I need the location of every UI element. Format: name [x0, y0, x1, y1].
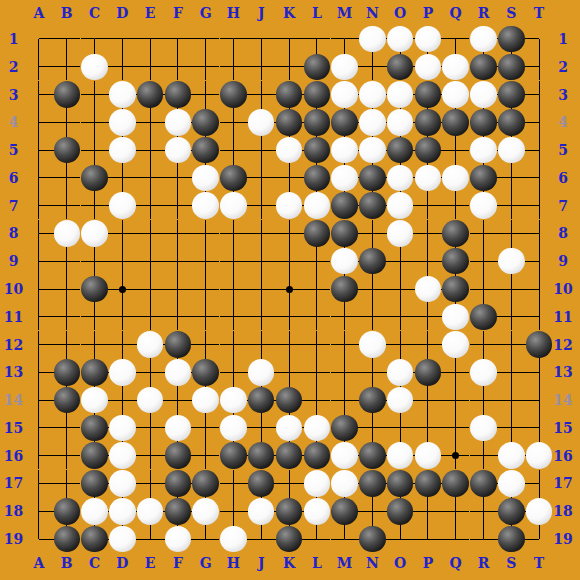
intersection-H17[interactable] — [220, 470, 248, 498]
intersection-N9[interactable] — [358, 247, 386, 275]
intersection-K7[interactable] — [275, 192, 303, 220]
intersection-P6[interactable] — [414, 164, 442, 192]
intersection-E19[interactable] — [136, 525, 164, 553]
intersection-A9[interactable] — [25, 247, 53, 275]
intersection-G4[interactable] — [192, 108, 220, 136]
intersection-E4[interactable] — [136, 108, 164, 136]
intersection-C1[interactable] — [81, 25, 109, 53]
intersection-F18[interactable] — [164, 497, 192, 525]
intersection-A1[interactable] — [25, 25, 53, 53]
intersection-P5[interactable] — [414, 136, 442, 164]
intersection-P9[interactable] — [414, 247, 442, 275]
intersection-S10[interactable] — [497, 275, 525, 303]
intersection-P19[interactable] — [414, 525, 442, 553]
intersection-G17[interactable] — [192, 470, 220, 498]
intersection-E12[interactable] — [136, 331, 164, 359]
intersection-D8[interactable] — [108, 220, 136, 248]
intersection-N15[interactable] — [358, 414, 386, 442]
intersection-J2[interactable] — [247, 53, 275, 81]
intersection-H8[interactable] — [220, 220, 248, 248]
intersection-F12[interactable] — [164, 331, 192, 359]
intersection-S15[interactable] — [497, 414, 525, 442]
intersection-S1[interactable] — [497, 25, 525, 53]
intersection-B7[interactable] — [53, 192, 81, 220]
intersection-F13[interactable] — [164, 358, 192, 386]
intersection-C19[interactable] — [81, 525, 109, 553]
intersection-P16[interactable] — [414, 442, 442, 470]
intersection-E8[interactable] — [136, 220, 164, 248]
intersection-P18[interactable] — [414, 497, 442, 525]
intersection-K4[interactable] — [275, 108, 303, 136]
intersection-E15[interactable] — [136, 414, 164, 442]
intersection-J15[interactable] — [247, 414, 275, 442]
intersection-S5[interactable] — [497, 136, 525, 164]
intersection-E3[interactable] — [136, 81, 164, 109]
intersection-M14[interactable] — [331, 386, 359, 414]
intersection-C2[interactable] — [81, 53, 109, 81]
intersection-L4[interactable] — [303, 108, 331, 136]
intersection-K5[interactable] — [275, 136, 303, 164]
intersection-Q9[interactable] — [442, 247, 470, 275]
intersection-R15[interactable] — [470, 414, 498, 442]
intersection-E13[interactable] — [136, 358, 164, 386]
intersection-B15[interactable] — [53, 414, 81, 442]
intersection-A5[interactable] — [25, 136, 53, 164]
intersection-E1[interactable] — [136, 25, 164, 53]
intersection-G14[interactable] — [192, 386, 220, 414]
intersection-P15[interactable] — [414, 414, 442, 442]
intersection-M12[interactable] — [331, 331, 359, 359]
intersection-O1[interactable] — [386, 25, 414, 53]
intersection-M19[interactable] — [331, 525, 359, 553]
intersection-Q17[interactable] — [442, 470, 470, 498]
intersection-D5[interactable] — [108, 136, 136, 164]
intersection-O13[interactable] — [386, 358, 414, 386]
intersection-B13[interactable] — [53, 358, 81, 386]
intersection-D11[interactable] — [108, 303, 136, 331]
intersection-S13[interactable] — [497, 358, 525, 386]
intersection-B16[interactable] — [53, 442, 81, 470]
intersection-L11[interactable] — [303, 303, 331, 331]
intersection-E17[interactable] — [136, 470, 164, 498]
intersection-T6[interactable] — [525, 164, 553, 192]
intersection-L5[interactable] — [303, 136, 331, 164]
intersection-L10[interactable] — [303, 275, 331, 303]
intersection-C9[interactable] — [81, 247, 109, 275]
intersection-H4[interactable] — [220, 108, 248, 136]
intersection-S19[interactable] — [497, 525, 525, 553]
intersection-Q13[interactable] — [442, 358, 470, 386]
intersection-H7[interactable] — [220, 192, 248, 220]
intersection-C15[interactable] — [81, 414, 109, 442]
intersection-T4[interactable] — [525, 108, 553, 136]
intersection-J10[interactable] — [247, 275, 275, 303]
intersection-K9[interactable] — [275, 247, 303, 275]
intersection-R13[interactable] — [470, 358, 498, 386]
intersection-S18[interactable] — [497, 497, 525, 525]
intersection-L6[interactable] — [303, 164, 331, 192]
intersection-T19[interactable] — [525, 525, 553, 553]
intersection-R6[interactable] — [470, 164, 498, 192]
intersection-B4[interactable] — [53, 108, 81, 136]
intersection-L3[interactable] — [303, 81, 331, 109]
intersection-S14[interactable] — [497, 386, 525, 414]
intersection-D1[interactable] — [108, 25, 136, 53]
intersection-P2[interactable] — [414, 53, 442, 81]
intersection-O9[interactable] — [386, 247, 414, 275]
intersection-H14[interactable] — [220, 386, 248, 414]
intersection-N5[interactable] — [358, 136, 386, 164]
intersection-K10[interactable] — [275, 275, 303, 303]
intersection-H6[interactable] — [220, 164, 248, 192]
intersection-Q8[interactable] — [442, 220, 470, 248]
intersection-K13[interactable] — [275, 358, 303, 386]
intersection-A13[interactable] — [25, 358, 53, 386]
intersection-R4[interactable] — [470, 108, 498, 136]
intersection-O7[interactable] — [386, 192, 414, 220]
intersection-O19[interactable] — [386, 525, 414, 553]
intersection-A2[interactable] — [25, 53, 53, 81]
intersection-L17[interactable] — [303, 470, 331, 498]
intersection-H3[interactable] — [220, 81, 248, 109]
intersection-J12[interactable] — [247, 331, 275, 359]
intersection-G3[interactable] — [192, 81, 220, 109]
intersection-N4[interactable] — [358, 108, 386, 136]
intersection-D12[interactable] — [108, 331, 136, 359]
intersection-A7[interactable] — [25, 192, 53, 220]
intersection-S3[interactable] — [497, 81, 525, 109]
intersection-O10[interactable] — [386, 275, 414, 303]
intersection-C17[interactable] — [81, 470, 109, 498]
intersection-G15[interactable] — [192, 414, 220, 442]
intersection-C5[interactable] — [81, 136, 109, 164]
intersection-Q18[interactable] — [442, 497, 470, 525]
intersection-E2[interactable] — [136, 53, 164, 81]
intersection-C12[interactable] — [81, 331, 109, 359]
intersection-N1[interactable] — [358, 25, 386, 53]
intersection-L9[interactable] — [303, 247, 331, 275]
intersection-S7[interactable] — [497, 192, 525, 220]
intersection-B3[interactable] — [53, 81, 81, 109]
intersection-K17[interactable] — [275, 470, 303, 498]
intersection-T11[interactable] — [525, 303, 553, 331]
intersection-O2[interactable] — [386, 53, 414, 81]
intersection-Q3[interactable] — [442, 81, 470, 109]
intersection-Q5[interactable] — [442, 136, 470, 164]
intersection-O8[interactable] — [386, 220, 414, 248]
intersection-N19[interactable] — [358, 525, 386, 553]
intersection-G5[interactable] — [192, 136, 220, 164]
intersection-E10[interactable] — [136, 275, 164, 303]
intersection-G18[interactable] — [192, 497, 220, 525]
intersection-J16[interactable] — [247, 442, 275, 470]
intersection-K6[interactable] — [275, 164, 303, 192]
intersection-C16[interactable] — [81, 442, 109, 470]
intersection-F7[interactable] — [164, 192, 192, 220]
intersection-C10[interactable] — [81, 275, 109, 303]
intersection-D17[interactable] — [108, 470, 136, 498]
intersection-N13[interactable] — [358, 358, 386, 386]
intersection-M11[interactable] — [331, 303, 359, 331]
intersection-Q15[interactable] — [442, 414, 470, 442]
intersection-S8[interactable] — [497, 220, 525, 248]
intersection-K18[interactable] — [275, 497, 303, 525]
intersection-D18[interactable] — [108, 497, 136, 525]
intersection-D16[interactable] — [108, 442, 136, 470]
intersection-A6[interactable] — [25, 164, 53, 192]
intersection-R11[interactable] — [470, 303, 498, 331]
intersection-A12[interactable] — [25, 331, 53, 359]
intersection-H1[interactable] — [220, 25, 248, 53]
intersection-G12[interactable] — [192, 331, 220, 359]
intersection-K14[interactable] — [275, 386, 303, 414]
intersection-G13[interactable] — [192, 358, 220, 386]
intersection-Q16[interactable] — [442, 442, 470, 470]
intersection-C14[interactable] — [81, 386, 109, 414]
intersection-C3[interactable] — [81, 81, 109, 109]
intersection-O18[interactable] — [386, 497, 414, 525]
intersection-N12[interactable] — [358, 331, 386, 359]
intersection-B6[interactable] — [53, 164, 81, 192]
intersection-S16[interactable] — [497, 442, 525, 470]
intersection-N3[interactable] — [358, 81, 386, 109]
intersection-M15[interactable] — [331, 414, 359, 442]
intersection-R9[interactable] — [470, 247, 498, 275]
intersection-O4[interactable] — [386, 108, 414, 136]
intersection-N8[interactable] — [358, 220, 386, 248]
intersection-R14[interactable] — [470, 386, 498, 414]
intersection-H9[interactable] — [220, 247, 248, 275]
intersection-D9[interactable] — [108, 247, 136, 275]
intersection-M7[interactable] — [331, 192, 359, 220]
intersection-L16[interactable] — [303, 442, 331, 470]
intersection-T12[interactable] — [525, 331, 553, 359]
intersection-T7[interactable] — [525, 192, 553, 220]
intersection-B8[interactable] — [53, 220, 81, 248]
intersection-B2[interactable] — [53, 53, 81, 81]
intersection-N16[interactable] — [358, 442, 386, 470]
intersection-E7[interactable] — [136, 192, 164, 220]
intersection-R16[interactable] — [470, 442, 498, 470]
intersection-R5[interactable] — [470, 136, 498, 164]
intersection-F9[interactable] — [164, 247, 192, 275]
intersection-R3[interactable] — [470, 81, 498, 109]
intersection-F1[interactable] — [164, 25, 192, 53]
intersection-N18[interactable] — [358, 497, 386, 525]
intersection-K19[interactable] — [275, 525, 303, 553]
intersection-Q7[interactable] — [442, 192, 470, 220]
intersection-A17[interactable] — [25, 470, 53, 498]
intersection-L12[interactable] — [303, 331, 331, 359]
intersection-F4[interactable] — [164, 108, 192, 136]
intersection-P4[interactable] — [414, 108, 442, 136]
intersection-G10[interactable] — [192, 275, 220, 303]
intersection-R7[interactable] — [470, 192, 498, 220]
intersection-A10[interactable] — [25, 275, 53, 303]
intersection-T10[interactable] — [525, 275, 553, 303]
intersection-K16[interactable] — [275, 442, 303, 470]
intersection-J5[interactable] — [247, 136, 275, 164]
intersection-A8[interactable] — [25, 220, 53, 248]
intersection-L18[interactable] — [303, 497, 331, 525]
intersection-J1[interactable] — [247, 25, 275, 53]
intersection-K11[interactable] — [275, 303, 303, 331]
intersection-B5[interactable] — [53, 136, 81, 164]
intersection-N6[interactable] — [358, 164, 386, 192]
intersection-J18[interactable] — [247, 497, 275, 525]
intersection-R10[interactable] — [470, 275, 498, 303]
intersection-G8[interactable] — [192, 220, 220, 248]
intersection-S2[interactable] — [497, 53, 525, 81]
intersection-M3[interactable] — [331, 81, 359, 109]
intersection-C13[interactable] — [81, 358, 109, 386]
intersection-N7[interactable] — [358, 192, 386, 220]
intersection-F5[interactable] — [164, 136, 192, 164]
intersection-E16[interactable] — [136, 442, 164, 470]
intersection-T8[interactable] — [525, 220, 553, 248]
intersection-G2[interactable] — [192, 53, 220, 81]
intersection-T16[interactable] — [525, 442, 553, 470]
intersection-H11[interactable] — [220, 303, 248, 331]
intersection-H2[interactable] — [220, 53, 248, 81]
intersection-C7[interactable] — [81, 192, 109, 220]
intersection-T17[interactable] — [525, 470, 553, 498]
intersection-G1[interactable] — [192, 25, 220, 53]
intersection-F8[interactable] — [164, 220, 192, 248]
intersection-D14[interactable] — [108, 386, 136, 414]
intersection-K1[interactable] — [275, 25, 303, 53]
intersection-G7[interactable] — [192, 192, 220, 220]
intersection-J3[interactable] — [247, 81, 275, 109]
intersection-M8[interactable] — [331, 220, 359, 248]
intersection-T3[interactable] — [525, 81, 553, 109]
intersection-J19[interactable] — [247, 525, 275, 553]
intersection-E14[interactable] — [136, 386, 164, 414]
intersection-P13[interactable] — [414, 358, 442, 386]
intersection-B11[interactable] — [53, 303, 81, 331]
intersection-D7[interactable] — [108, 192, 136, 220]
intersection-F19[interactable] — [164, 525, 192, 553]
intersection-A15[interactable] — [25, 414, 53, 442]
intersection-T18[interactable] — [525, 497, 553, 525]
intersection-T13[interactable] — [525, 358, 553, 386]
intersection-A16[interactable] — [25, 442, 53, 470]
intersection-L8[interactable] — [303, 220, 331, 248]
intersection-M1[interactable] — [331, 25, 359, 53]
intersection-J7[interactable] — [247, 192, 275, 220]
intersection-H5[interactable] — [220, 136, 248, 164]
intersection-M6[interactable] — [331, 164, 359, 192]
intersection-A18[interactable] — [25, 497, 53, 525]
intersection-S9[interactable] — [497, 247, 525, 275]
intersection-R18[interactable] — [470, 497, 498, 525]
intersection-D15[interactable] — [108, 414, 136, 442]
intersection-H10[interactable] — [220, 275, 248, 303]
intersection-D2[interactable] — [108, 53, 136, 81]
intersection-S11[interactable] — [497, 303, 525, 331]
intersection-Q14[interactable] — [442, 386, 470, 414]
intersection-M4[interactable] — [331, 108, 359, 136]
intersection-Q6[interactable] — [442, 164, 470, 192]
intersection-G9[interactable] — [192, 247, 220, 275]
intersection-B14[interactable] — [53, 386, 81, 414]
intersection-D3[interactable] — [108, 81, 136, 109]
intersection-B18[interactable] — [53, 497, 81, 525]
intersection-F14[interactable] — [164, 386, 192, 414]
intersection-P14[interactable] — [414, 386, 442, 414]
intersection-M9[interactable] — [331, 247, 359, 275]
intersection-B10[interactable] — [53, 275, 81, 303]
intersection-K3[interactable] — [275, 81, 303, 109]
intersection-J8[interactable] — [247, 220, 275, 248]
intersection-R8[interactable] — [470, 220, 498, 248]
intersection-S17[interactable] — [497, 470, 525, 498]
intersection-C11[interactable] — [81, 303, 109, 331]
intersection-F2[interactable] — [164, 53, 192, 81]
intersection-K15[interactable] — [275, 414, 303, 442]
intersection-D4[interactable] — [108, 108, 136, 136]
intersection-T15[interactable] — [525, 414, 553, 442]
intersection-F10[interactable] — [164, 275, 192, 303]
intersection-S12[interactable] — [497, 331, 525, 359]
intersection-H13[interactable] — [220, 358, 248, 386]
intersection-L1[interactable] — [303, 25, 331, 53]
intersection-P8[interactable] — [414, 220, 442, 248]
intersection-L19[interactable] — [303, 525, 331, 553]
intersection-F11[interactable] — [164, 303, 192, 331]
intersection-L15[interactable] — [303, 414, 331, 442]
intersection-F17[interactable] — [164, 470, 192, 498]
intersection-K2[interactable] — [275, 53, 303, 81]
intersection-B12[interactable] — [53, 331, 81, 359]
intersection-E5[interactable] — [136, 136, 164, 164]
intersection-N10[interactable] — [358, 275, 386, 303]
intersection-L2[interactable] — [303, 53, 331, 81]
intersection-T14[interactable] — [525, 386, 553, 414]
intersection-M5[interactable] — [331, 136, 359, 164]
intersection-E9[interactable] — [136, 247, 164, 275]
intersection-H18[interactable] — [220, 497, 248, 525]
intersection-O15[interactable] — [386, 414, 414, 442]
intersection-R12[interactable] — [470, 331, 498, 359]
intersection-F15[interactable] — [164, 414, 192, 442]
intersection-E6[interactable] — [136, 164, 164, 192]
intersection-N2[interactable] — [358, 53, 386, 81]
intersection-Q1[interactable] — [442, 25, 470, 53]
intersection-R17[interactable] — [470, 470, 498, 498]
intersection-D6[interactable] — [108, 164, 136, 192]
intersection-J14[interactable] — [247, 386, 275, 414]
intersection-Q19[interactable] — [442, 525, 470, 553]
intersection-M16[interactable] — [331, 442, 359, 470]
intersection-K8[interactable] — [275, 220, 303, 248]
intersection-L13[interactable] — [303, 358, 331, 386]
intersection-F3[interactable] — [164, 81, 192, 109]
intersection-M13[interactable] — [331, 358, 359, 386]
intersection-T5[interactable] — [525, 136, 553, 164]
intersection-P3[interactable] — [414, 81, 442, 109]
intersection-A14[interactable] — [25, 386, 53, 414]
intersection-Q11[interactable] — [442, 303, 470, 331]
intersection-O5[interactable] — [386, 136, 414, 164]
intersection-J11[interactable] — [247, 303, 275, 331]
intersection-C4[interactable] — [81, 108, 109, 136]
intersection-O11[interactable] — [386, 303, 414, 331]
intersection-O16[interactable] — [386, 442, 414, 470]
intersection-M17[interactable] — [331, 470, 359, 498]
intersection-J9[interactable] — [247, 247, 275, 275]
intersection-S4[interactable] — [497, 108, 525, 136]
